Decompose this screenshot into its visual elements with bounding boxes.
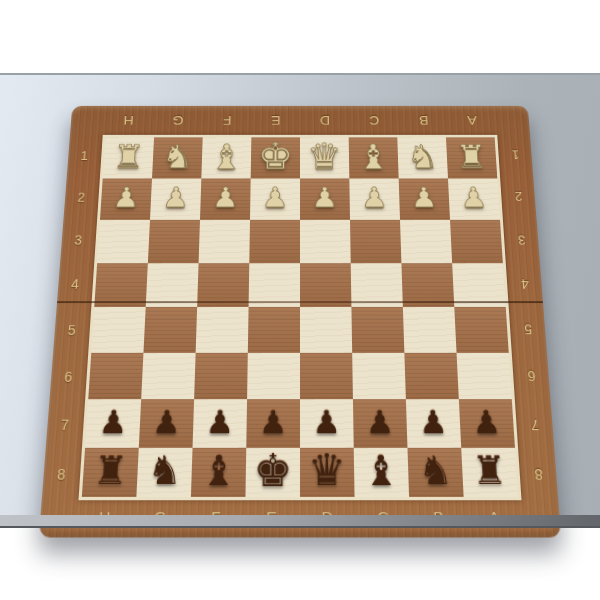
piece-black-bishop: ♝ bbox=[363, 450, 400, 492]
square-g5 bbox=[143, 307, 197, 352]
rank-label-left-5: 5 bbox=[55, 307, 88, 353]
rank-label-left-1: 1 bbox=[69, 135, 100, 176]
piece-black-pawn: ♟ bbox=[152, 406, 182, 438]
square-d1: ♛ bbox=[300, 137, 349, 178]
rank-label-right-7: 7 bbox=[518, 401, 552, 450]
piece-white-knight: ♞ bbox=[161, 141, 194, 173]
square-e7: ♟ bbox=[246, 399, 300, 447]
square-f8: ♝ bbox=[191, 447, 246, 497]
piece-black-pawn: ♟ bbox=[472, 406, 502, 438]
square-h2: ♟ bbox=[100, 178, 152, 220]
square-e8: ♚ bbox=[245, 447, 300, 497]
piece-white-pawn: ♟ bbox=[410, 184, 438, 212]
piece-white-pawn: ♟ bbox=[262, 184, 289, 212]
square-d6 bbox=[300, 352, 353, 399]
square-a2: ♟ bbox=[448, 178, 500, 220]
square-e6 bbox=[247, 352, 300, 399]
photo-background: HGFEDCBA HGFEDCBA 12345678 12345678 ♜♞♝♚… bbox=[0, 73, 600, 528]
piece-white-bishop: ♝ bbox=[357, 140, 391, 174]
folding-seam bbox=[57, 301, 543, 303]
piece-black-rook: ♜ bbox=[92, 451, 129, 490]
piece-black-pawn: ♟ bbox=[205, 406, 234, 438]
file-label-top-g: G bbox=[152, 110, 202, 131]
chess-board: HGFEDCBA HGFEDCBA 12345678 12345678 ♜♞♝♚… bbox=[39, 106, 561, 538]
square-a8: ♜ bbox=[461, 447, 518, 497]
file-label-top-e: E bbox=[251, 110, 300, 131]
rank-label-right-3: 3 bbox=[506, 218, 538, 262]
square-g7: ♟ bbox=[139, 399, 194, 447]
rank-label-right-2: 2 bbox=[503, 176, 535, 218]
piece-white-queen: ♛ bbox=[307, 139, 342, 175]
piece-black-knight: ♞ bbox=[147, 451, 183, 490]
file-label-top-c: C bbox=[349, 110, 399, 131]
square-e1: ♚ bbox=[251, 137, 300, 178]
rank-label-left-8: 8 bbox=[44, 450, 79, 501]
square-d7: ♟ bbox=[300, 399, 354, 447]
file-labels-top: HGFEDCBA bbox=[103, 110, 497, 131]
rank-label-right-1: 1 bbox=[500, 135, 531, 176]
rank-label-left-6: 6 bbox=[51, 353, 85, 401]
square-e5 bbox=[248, 307, 300, 352]
square-g3 bbox=[148, 220, 200, 263]
square-c3 bbox=[350, 220, 401, 263]
square-f1: ♝ bbox=[201, 137, 251, 178]
square-b1: ♞ bbox=[397, 137, 448, 178]
piece-white-bishop: ♝ bbox=[210, 140, 244, 174]
square-b3 bbox=[400, 220, 452, 263]
file-label-top-d: D bbox=[300, 110, 349, 131]
piece-black-pawn: ♟ bbox=[418, 406, 448, 438]
rank-label-right-5: 5 bbox=[512, 307, 545, 353]
square-b5 bbox=[403, 307, 457, 352]
square-g2: ♟ bbox=[150, 178, 201, 220]
square-f3 bbox=[199, 220, 250, 263]
piece-white-knight: ♞ bbox=[406, 141, 439, 173]
square-a6 bbox=[457, 352, 512, 399]
piece-black-rook: ♜ bbox=[471, 451, 508, 490]
square-b7: ♟ bbox=[406, 399, 461, 447]
piece-black-pawn: ♟ bbox=[365, 406, 394, 438]
square-c5 bbox=[351, 307, 404, 352]
square-d3 bbox=[300, 220, 351, 263]
piece-white-pawn: ♟ bbox=[212, 184, 239, 212]
square-a7: ♟ bbox=[459, 399, 515, 447]
squares-grid: ♜♞♝♚♛♝♞♜♟♟♟♟♟♟♟♟♟♟♟♟♟♟♟♟♜♞♝♚♛♝♞♜ bbox=[82, 137, 518, 497]
playing-field-border: ♜♞♝♚♛♝♞♜♟♟♟♟♟♟♟♟♟♟♟♟♟♟♟♟♜♞♝♚♛♝♞♜ bbox=[78, 135, 521, 500]
square-h3 bbox=[97, 220, 150, 263]
rank-label-right-6: 6 bbox=[515, 353, 549, 401]
square-d5 bbox=[300, 307, 352, 352]
square-c7: ♟ bbox=[353, 399, 408, 447]
square-b2: ♟ bbox=[399, 178, 450, 220]
rank-label-left-7: 7 bbox=[48, 401, 82, 450]
square-a5 bbox=[454, 307, 508, 352]
table-edge-shadow bbox=[0, 515, 600, 528]
square-e2: ♟ bbox=[250, 178, 300, 220]
piece-white-pawn: ♟ bbox=[361, 184, 388, 212]
square-b8: ♞ bbox=[407, 447, 463, 497]
piece-white-pawn: ♟ bbox=[460, 184, 488, 212]
square-c6 bbox=[352, 352, 406, 399]
square-g6 bbox=[141, 352, 195, 399]
square-a1: ♜ bbox=[446, 137, 497, 178]
square-g8: ♞ bbox=[136, 447, 192, 497]
file-label-top-f: F bbox=[201, 110, 251, 131]
square-h6 bbox=[88, 352, 143, 399]
square-d8: ♛ bbox=[300, 447, 355, 497]
square-c1: ♝ bbox=[349, 137, 399, 178]
square-h5 bbox=[91, 307, 145, 352]
square-f5 bbox=[196, 307, 249, 352]
square-f7: ♟ bbox=[193, 399, 248, 447]
rank-label-left-2: 2 bbox=[65, 176, 97, 218]
piece-black-pawn: ♟ bbox=[259, 406, 288, 438]
piece-black-pawn: ♟ bbox=[98, 406, 128, 438]
square-d2: ♟ bbox=[300, 178, 350, 220]
piece-black-king: ♚ bbox=[253, 449, 293, 494]
file-label-top-h: H bbox=[103, 110, 153, 131]
square-b6 bbox=[404, 352, 458, 399]
rank-label-right-8: 8 bbox=[521, 450, 556, 501]
square-h8: ♜ bbox=[82, 447, 139, 497]
piece-black-queen: ♛ bbox=[308, 449, 347, 493]
piece-black-bishop: ♝ bbox=[200, 450, 237, 492]
piece-white-rook: ♜ bbox=[112, 141, 145, 173]
piece-black-knight: ♞ bbox=[417, 451, 453, 490]
square-g1: ♞ bbox=[152, 137, 203, 178]
square-e3 bbox=[249, 220, 300, 263]
square-c8: ♝ bbox=[354, 447, 409, 497]
square-c2: ♟ bbox=[349, 178, 400, 220]
piece-white-pawn: ♟ bbox=[311, 184, 338, 212]
piece-white-pawn: ♟ bbox=[162, 184, 190, 212]
square-h7: ♟ bbox=[85, 399, 141, 447]
square-f2: ♟ bbox=[200, 178, 251, 220]
square-h1: ♜ bbox=[103, 137, 154, 178]
square-f6 bbox=[194, 352, 248, 399]
file-label-top-b: B bbox=[398, 110, 448, 131]
square-a3 bbox=[450, 220, 503, 263]
piece-white-pawn: ♟ bbox=[112, 184, 140, 212]
rank-label-left-3: 3 bbox=[62, 218, 94, 262]
file-label-top-a: A bbox=[447, 110, 497, 131]
piece-white-rook: ♜ bbox=[455, 141, 488, 173]
piece-white-king: ♚ bbox=[258, 138, 294, 175]
piece-black-pawn: ♟ bbox=[312, 406, 341, 438]
